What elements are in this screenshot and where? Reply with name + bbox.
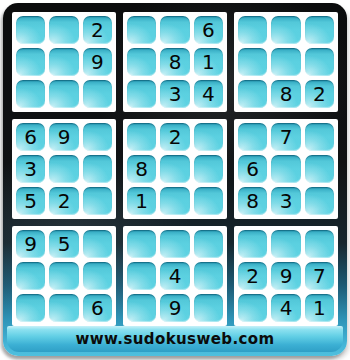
cell-r3c1[interactable] [16,80,45,108]
cell-r7c5[interactable] [160,230,189,258]
board-frame: 29 68134 82 69352 281 7683 956 49 29741 … [3,3,347,356]
cell-r1c3[interactable]: 2 [83,16,112,44]
cell-r2c5[interactable]: 8 [160,48,189,76]
cell-r4c1[interactable]: 6 [16,123,45,151]
cell-r8c2[interactable] [49,262,78,290]
cell-r6c8[interactable]: 3 [271,187,300,215]
cell-r3c4[interactable] [127,80,156,108]
cell-r5c4[interactable]: 8 [127,155,156,183]
cell-r6c4[interactable]: 1 [127,187,156,215]
cell-r1c8[interactable] [271,16,300,44]
cell-r3c3[interactable] [83,80,112,108]
cell-r5c3[interactable] [83,155,112,183]
cell-r9c6[interactable] [194,294,223,322]
cell-r2c6[interactable]: 1 [194,48,223,76]
cell-r9c4[interactable] [127,294,156,322]
cell-r3c7[interactable] [238,80,267,108]
cell-r6c3[interactable] [83,187,112,215]
cell-r7c4[interactable] [127,230,156,258]
cell-r8c1[interactable] [16,262,45,290]
cell-r6c7[interactable]: 8 [238,187,267,215]
cell-r7c6[interactable] [194,230,223,258]
box-7: 956 [12,226,116,326]
cell-r5c5[interactable] [160,155,189,183]
cell-r4c5[interactable]: 2 [160,123,189,151]
box-2: 68134 [123,12,227,112]
cell-r9c5[interactable]: 9 [160,294,189,322]
cell-r9c7[interactable] [238,294,267,322]
box-4: 69352 [12,119,116,219]
cell-r9c3[interactable]: 6 [83,294,112,322]
cell-r8c7[interactable]: 2 [238,262,267,290]
cell-r1c1[interactable] [16,16,45,44]
cell-r7c8[interactable] [271,230,300,258]
cell-r9c2[interactable] [49,294,78,322]
cell-r4c7[interactable] [238,123,267,151]
cell-r6c1[interactable]: 5 [16,187,45,215]
box-9: 29741 [234,226,338,326]
box-5: 281 [123,119,227,219]
cell-r6c2[interactable]: 2 [49,187,78,215]
cell-r4c4[interactable] [127,123,156,151]
cell-r5c2[interactable] [49,155,78,183]
cell-r8c3[interactable] [83,262,112,290]
cell-r7c2[interactable]: 5 [49,230,78,258]
cell-r9c1[interactable] [16,294,45,322]
cell-r2c1[interactable] [16,48,45,76]
cell-r2c2[interactable] [49,48,78,76]
cell-r7c3[interactable] [83,230,112,258]
cell-r3c8[interactable]: 8 [271,80,300,108]
cell-r8c6[interactable] [194,262,223,290]
cell-r3c5[interactable]: 3 [160,80,189,108]
box-1: 29 [12,12,116,112]
cell-r6c9[interactable] [305,187,334,215]
cell-r3c2[interactable] [49,80,78,108]
cell-r4c3[interactable] [83,123,112,151]
cell-r2c7[interactable] [238,48,267,76]
cell-r5c7[interactable]: 6 [238,155,267,183]
website-link[interactable]: www.sudokusweb.com [75,330,274,348]
cell-r8c8[interactable]: 9 [271,262,300,290]
sudoku-widget: 29 68134 82 69352 281 7683 956 49 29741 … [0,0,350,360]
cell-r5c1[interactable]: 3 [16,155,45,183]
cell-r2c8[interactable] [271,48,300,76]
box-3: 82 [234,12,338,112]
cell-r1c2[interactable] [49,16,78,44]
cell-r7c1[interactable]: 9 [16,230,45,258]
cell-r3c9[interactable]: 2 [305,80,334,108]
cell-r8c4[interactable] [127,262,156,290]
cell-r8c9[interactable]: 7 [305,262,334,290]
box-8: 49 [123,226,227,326]
cell-r7c7[interactable] [238,230,267,258]
cell-r1c9[interactable] [305,16,334,44]
cell-r4c6[interactable] [194,123,223,151]
cell-r1c4[interactable] [127,16,156,44]
cell-r5c8[interactable] [271,155,300,183]
cell-r4c8[interactable]: 7 [271,123,300,151]
cell-r4c9[interactable] [305,123,334,151]
footer-bar: www.sudokusweb.com [7,326,343,352]
cell-r3c6[interactable]: 4 [194,80,223,108]
cell-r1c7[interactable] [238,16,267,44]
cell-r9c8[interactable]: 4 [271,294,300,322]
cell-r8c5[interactable]: 4 [160,262,189,290]
cell-r5c9[interactable] [305,155,334,183]
cell-r4c2[interactable]: 9 [49,123,78,151]
cell-r9c9[interactable]: 1 [305,294,334,322]
cell-r1c5[interactable] [160,16,189,44]
cell-r2c4[interactable] [127,48,156,76]
cell-r7c9[interactable] [305,230,334,258]
box-6: 7683 [234,119,338,219]
cell-r5c6[interactable] [194,155,223,183]
sudoku-board: 29 68134 82 69352 281 7683 956 49 29741 [12,12,338,326]
cell-r2c3[interactable]: 9 [83,48,112,76]
cell-r2c9[interactable] [305,48,334,76]
cell-r6c5[interactable] [160,187,189,215]
cell-r6c6[interactable] [194,187,223,215]
cell-r1c6[interactable]: 6 [194,16,223,44]
